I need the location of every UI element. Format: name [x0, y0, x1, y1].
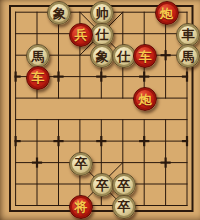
black-soldier[interactable]: 卒 [112, 195, 136, 219]
red-chariot[interactable]: 车 [26, 66, 50, 90]
xiangqi-app-window: 象帅仕車馬象仕馬卒卒卒卒炮兵车车炮将 [0, 0, 200, 220]
black-chariot[interactable]: 車 [176, 23, 200, 47]
red-cannon[interactable]: 炮 [155, 1, 179, 25]
red-soldier[interactable]: 兵 [69, 23, 93, 47]
black-advisor[interactable]: 仕 [112, 44, 136, 68]
black-soldier[interactable]: 卒 [69, 152, 93, 176]
black-horse[interactable]: 馬 [176, 44, 200, 68]
black-soldier[interactable]: 卒 [112, 173, 136, 197]
black-advisor[interactable]: 仕 [90, 23, 114, 47]
red-general[interactable]: 将 [69, 195, 93, 219]
black-horse[interactable]: 馬 [26, 44, 50, 68]
xiangqi-board: 象帅仕車馬象仕馬卒卒卒卒炮兵车车炮将 [0, 0, 200, 220]
